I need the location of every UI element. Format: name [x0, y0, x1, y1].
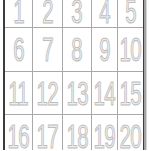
cell-r2c5: 10 — [118, 28, 143, 72]
cell-r4c4: 19 — [92, 115, 118, 150]
number-glyph-1: 1 — [13, 0, 24, 28]
cell-r1c3: 3 — [63, 0, 92, 28]
cell-r1c5: 5 — [118, 0, 143, 28]
number-glyph-20: 20 — [120, 120, 142, 151]
cell-r2c4: 9 — [92, 28, 118, 72]
number-glyph-7: 7 — [42, 33, 53, 66]
number-glyph-16: 16 — [8, 120, 30, 151]
number-glyph-11: 11 — [9, 77, 29, 110]
cell-r4c5: 20 — [118, 115, 143, 150]
cell-r3c5: 15 — [118, 72, 143, 115]
cell-r1c1: 1 — [5, 0, 33, 28]
number-glyph-13: 13 — [66, 77, 88, 110]
number-glyph-12: 12 — [37, 77, 59, 110]
number-chart-grid: 1 2 3 4 5 6 7 8 9 10 11 12 13 14 15 16 1… — [3, 0, 145, 150]
number-glyph-10: 10 — [120, 33, 142, 66]
cell-r2c3: 8 — [63, 28, 92, 72]
number-glyph-19: 19 — [94, 120, 116, 151]
cell-r2c2: 7 — [33, 28, 63, 72]
number-glyph-6: 6 — [13, 33, 24, 66]
number-glyph-9: 9 — [99, 33, 110, 66]
cell-r3c3: 13 — [63, 72, 92, 115]
number-glyph-2: 2 — [42, 0, 53, 28]
cell-r2c1: 6 — [5, 28, 33, 72]
number-glyph-15: 15 — [120, 77, 142, 110]
cell-r3c4: 14 — [92, 72, 118, 115]
cell-r3c1: 11 — [5, 72, 33, 115]
cell-r4c1: 16 — [5, 115, 33, 150]
number-glyph-14: 14 — [94, 77, 116, 110]
number-glyph-8: 8 — [72, 33, 83, 66]
number-glyph-17: 17 — [37, 120, 59, 151]
cell-r3c2: 12 — [33, 72, 63, 115]
cell-r4c3: 18 — [63, 115, 92, 150]
number-glyph-3: 3 — [72, 0, 83, 28]
cell-r4c2: 17 — [33, 115, 63, 150]
number-glyph-4: 4 — [99, 0, 110, 28]
number-glyph-18: 18 — [66, 120, 88, 151]
cell-r1c2: 2 — [33, 0, 63, 28]
scan-shadow-edge — [144, 0, 146, 150]
number-glyph-5: 5 — [125, 0, 136, 28]
cell-r1c4: 4 — [92, 0, 118, 28]
